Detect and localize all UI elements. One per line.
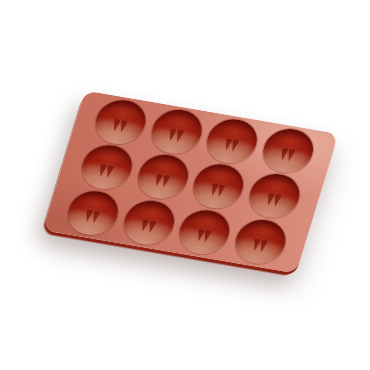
muffin-cup <box>118 197 179 248</box>
cup-grid <box>43 90 339 273</box>
muffin-cup <box>62 187 123 238</box>
cup-cell <box>226 214 296 269</box>
muffin-cup <box>146 106 207 157</box>
muffin-cup <box>76 142 137 193</box>
muffin-cup <box>230 216 291 267</box>
muffin-cup <box>90 97 151 148</box>
muffin-cup <box>202 116 263 167</box>
muffin-cup <box>132 151 193 202</box>
muffin-cup <box>188 161 249 212</box>
muffin-cup <box>174 206 235 257</box>
muffin-tray <box>43 90 339 273</box>
muffin-cup <box>244 171 305 222</box>
product-photo <box>0 0 370 370</box>
muffin-cup <box>257 125 318 176</box>
